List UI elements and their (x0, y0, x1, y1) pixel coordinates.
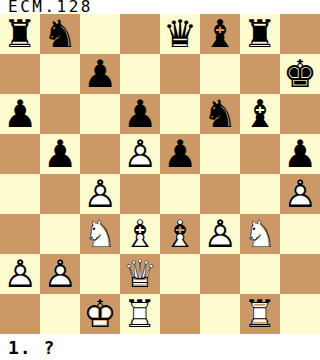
square-h2[interactable] (280, 254, 320, 294)
piece-white-queen-icon-fill: ♛ (120, 254, 160, 294)
piece-black-pawn-icon: ♟ (0, 94, 40, 134)
square-e3[interactable]: ♝♗ (160, 214, 200, 254)
square-e6[interactable] (160, 94, 200, 134)
square-a2[interactable]: ♟♙ (0, 254, 40, 294)
piece-white-pawn-icon-fill: ♟ (280, 174, 320, 214)
piece-white-pawn-icon: ♙ (120, 134, 160, 174)
piece-black-pawn-icon: ♟ (160, 134, 200, 174)
square-a7[interactable] (0, 54, 40, 94)
square-b7[interactable] (40, 54, 80, 94)
piece-white-pawn-icon-fill: ♟ (200, 214, 240, 254)
piece-black-bishop-icon: ♝ (200, 14, 240, 54)
square-c5[interactable] (80, 134, 120, 174)
square-c3[interactable]: ♞♘ (80, 214, 120, 254)
piece-white-rook-icon-fill: ♜ (120, 294, 160, 334)
square-a4[interactable] (0, 174, 40, 214)
piece-white-pawn-icon: ♙ (280, 174, 320, 214)
square-h5[interactable]: ♟ (280, 134, 320, 174)
square-g1[interactable]: ♜♖ (240, 294, 280, 334)
square-e5[interactable]: ♟ (160, 134, 200, 174)
square-f8[interactable]: ♝ (200, 14, 240, 54)
square-b1[interactable] (40, 294, 80, 334)
square-d8[interactable] (120, 14, 160, 54)
piece-white-rook-icon: ♖ (120, 294, 160, 334)
square-h4[interactable]: ♟♙ (280, 174, 320, 214)
square-e8[interactable]: ♛ (160, 14, 200, 54)
puzzle-title: ECM.128 (0, 0, 320, 14)
piece-black-pawn-icon: ♟ (280, 134, 320, 174)
square-d7[interactable] (120, 54, 160, 94)
square-g4[interactable] (240, 174, 280, 214)
square-d6[interactable]: ♟ (120, 94, 160, 134)
square-g6[interactable]: ♝ (240, 94, 280, 134)
square-f5[interactable] (200, 134, 240, 174)
square-f4[interactable] (200, 174, 240, 214)
square-b2[interactable]: ♟♙ (40, 254, 80, 294)
square-a8[interactable]: ♜ (0, 14, 40, 54)
piece-white-pawn-icon-fill: ♟ (0, 254, 40, 294)
square-e7[interactable] (160, 54, 200, 94)
square-c7[interactable]: ♟ (80, 54, 120, 94)
square-d3[interactable]: ♝♗ (120, 214, 160, 254)
square-b5[interactable]: ♟ (40, 134, 80, 174)
piece-white-pawn-icon: ♙ (40, 254, 80, 294)
square-g3[interactable]: ♞♘ (240, 214, 280, 254)
square-h6[interactable] (280, 94, 320, 134)
piece-white-pawn-icon-fill: ♟ (120, 134, 160, 174)
square-c8[interactable] (80, 14, 120, 54)
piece-white-knight-icon: ♘ (80, 214, 120, 254)
square-a6[interactable]: ♟ (0, 94, 40, 134)
square-e1[interactable] (160, 294, 200, 334)
square-a3[interactable] (0, 214, 40, 254)
square-d4[interactable] (120, 174, 160, 214)
piece-white-pawn-icon-fill: ♟ (80, 174, 120, 214)
piece-black-pawn-icon: ♟ (40, 134, 80, 174)
square-h8[interactable] (280, 14, 320, 54)
piece-white-king-icon-fill: ♚ (80, 294, 120, 334)
piece-black-rook-icon: ♜ (240, 14, 280, 54)
square-f1[interactable] (200, 294, 240, 334)
piece-white-pawn-icon-fill: ♟ (40, 254, 80, 294)
piece-black-rook-icon: ♜ (0, 14, 40, 54)
square-c2[interactable] (80, 254, 120, 294)
piece-white-rook-icon: ♖ (240, 294, 280, 334)
square-f6[interactable]: ♞ (200, 94, 240, 134)
piece-white-knight-icon-fill: ♞ (80, 214, 120, 254)
piece-white-bishop-icon-fill: ♝ (160, 214, 200, 254)
chess-board: ♜♞♛♝♜♟♚♟♟♞♝♟♟♙♟♟♟♙♟♙♞♘♝♗♝♗♟♙♞♘♟♙♟♙♛♕♚♔♜♖… (0, 14, 320, 334)
square-g7[interactable] (240, 54, 280, 94)
piece-white-knight-icon-fill: ♞ (240, 214, 280, 254)
piece-white-bishop-icon-fill: ♝ (120, 214, 160, 254)
piece-white-bishop-icon: ♗ (160, 214, 200, 254)
square-c1[interactable]: ♚♔ (80, 294, 120, 334)
piece-white-knight-icon: ♘ (240, 214, 280, 254)
square-f7[interactable] (200, 54, 240, 94)
square-g2[interactable] (240, 254, 280, 294)
piece-white-queen-icon: ♕ (120, 254, 160, 294)
square-d5[interactable]: ♟♙ (120, 134, 160, 174)
square-e4[interactable] (160, 174, 200, 214)
piece-black-knight-icon: ♞ (200, 94, 240, 134)
square-h7[interactable]: ♚ (280, 54, 320, 94)
square-b6[interactable] (40, 94, 80, 134)
square-h1[interactable] (280, 294, 320, 334)
piece-white-bishop-icon: ♗ (120, 214, 160, 254)
square-f3[interactable]: ♟♙ (200, 214, 240, 254)
square-b8[interactable]: ♞ (40, 14, 80, 54)
square-b4[interactable] (40, 174, 80, 214)
square-e2[interactable] (160, 254, 200, 294)
piece-white-king-icon: ♔ (80, 294, 120, 334)
move-prompt: 1. ? (0, 334, 320, 360)
square-a1[interactable] (0, 294, 40, 334)
piece-white-pawn-icon: ♙ (0, 254, 40, 294)
piece-black-bishop-icon: ♝ (240, 94, 280, 134)
square-f2[interactable] (200, 254, 240, 294)
piece-black-pawn-icon: ♟ (80, 54, 120, 94)
square-a5[interactable] (0, 134, 40, 174)
square-b3[interactable] (40, 214, 80, 254)
square-d1[interactable]: ♜♖ (120, 294, 160, 334)
square-c4[interactable]: ♟♙ (80, 174, 120, 214)
piece-black-pawn-icon: ♟ (120, 94, 160, 134)
square-c6[interactable] (80, 94, 120, 134)
square-h3[interactable] (280, 214, 320, 254)
piece-black-king-icon: ♚ (280, 54, 320, 94)
square-g8[interactable]: ♜ (240, 14, 280, 54)
square-d2[interactable]: ♛♕ (120, 254, 160, 294)
piece-black-knight-icon: ♞ (40, 14, 80, 54)
piece-white-pawn-icon: ♙ (200, 214, 240, 254)
piece-white-rook-icon-fill: ♜ (240, 294, 280, 334)
square-g5[interactable] (240, 134, 280, 174)
piece-white-pawn-icon: ♙ (80, 174, 120, 214)
piece-black-queen-icon: ♛ (160, 14, 200, 54)
